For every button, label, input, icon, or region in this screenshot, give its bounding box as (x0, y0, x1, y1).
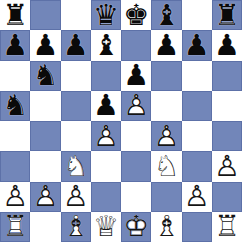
square-g8[interactable] (182, 0, 212, 30)
square-b5[interactable] (30, 91, 60, 121)
black-piece-glyph: ♟ (153, 31, 179, 60)
square-e5[interactable]: ♟♙ (121, 91, 151, 121)
piece-black-rook[interactable]: ♜ (0, 0, 30, 30)
square-a8[interactable]: ♜ (0, 0, 30, 30)
square-f3[interactable]: ♞♘ (151, 151, 181, 181)
square-d8[interactable]: ♛ (91, 0, 121, 30)
white-piece-outline: ♔ (123, 212, 149, 241)
square-b6[interactable]: ♞ (30, 61, 60, 91)
square-d3[interactable] (91, 151, 121, 181)
piece-black-pawn[interactable]: ♟ (212, 30, 242, 60)
square-f1[interactable]: ♝♗ (151, 212, 181, 242)
black-piece-glyph: ♞ (2, 91, 28, 120)
square-e1[interactable]: ♚♔ (121, 212, 151, 242)
square-h1[interactable]: ♜♖ (212, 212, 242, 242)
black-piece-glyph: ♟ (2, 31, 28, 60)
piece-black-knight[interactable]: ♞ (0, 91, 30, 121)
piece-white-pawn[interactable]: ♟♙ (212, 151, 242, 181)
square-h8[interactable]: ♜ (212, 0, 242, 30)
square-d4[interactable]: ♟♙ (91, 121, 121, 151)
white-piece-outline: ♗ (63, 212, 89, 241)
square-f5[interactable] (151, 91, 181, 121)
piece-white-bishop[interactable]: ♝♗ (61, 212, 91, 242)
square-f6[interactable] (151, 61, 181, 91)
piece-black-rook[interactable]: ♜ (212, 0, 242, 30)
square-a1[interactable]: ♜♖ (0, 212, 30, 242)
square-g2[interactable]: ♟♙ (182, 182, 212, 212)
black-piece-glyph: ♛ (93, 1, 119, 30)
chess-board: ♜♛♚♝♜♟♟♟♝♟♟♟♞♟♞♟♟♙♟♙♟♙♞♘♞♘♟♙♟♙♟♙♟♙♟♙♜♖♝♗… (0, 0, 242, 242)
square-h6[interactable] (212, 61, 242, 91)
square-f8[interactable]: ♝ (151, 0, 181, 30)
piece-black-pawn[interactable]: ♟ (61, 30, 91, 60)
square-c4[interactable] (61, 121, 91, 151)
square-a7[interactable]: ♟ (0, 30, 30, 60)
piece-black-bishop[interactable]: ♝ (151, 0, 181, 30)
black-piece-glyph: ♟ (32, 31, 58, 60)
square-f2[interactable] (151, 182, 181, 212)
square-a3[interactable] (0, 151, 30, 181)
piece-white-queen[interactable]: ♛♕ (91, 212, 121, 242)
square-g4[interactable] (182, 121, 212, 151)
white-piece-outline: ♙ (123, 91, 149, 120)
piece-white-pawn[interactable]: ♟♙ (151, 121, 181, 151)
piece-white-king[interactable]: ♚♔ (121, 212, 151, 242)
square-h3[interactable]: ♟♙ (212, 151, 242, 181)
square-a5[interactable]: ♞ (0, 91, 30, 121)
square-g6[interactable] (182, 61, 212, 91)
piece-white-pawn[interactable]: ♟♙ (121, 91, 151, 121)
white-piece-outline: ♙ (153, 122, 179, 151)
black-piece-glyph: ♜ (214, 1, 240, 30)
piece-black-pawn[interactable]: ♟ (91, 91, 121, 121)
square-d6[interactable] (91, 61, 121, 91)
black-piece-glyph: ♟ (93, 91, 119, 120)
black-piece-glyph: ♝ (153, 1, 179, 30)
piece-white-pawn[interactable]: ♟♙ (182, 182, 212, 212)
square-e2[interactable] (121, 182, 151, 212)
square-h7[interactable]: ♟ (212, 30, 242, 60)
square-c8[interactable] (61, 0, 91, 30)
square-b3[interactable] (30, 151, 60, 181)
square-a6[interactable] (0, 61, 30, 91)
square-b2[interactable]: ♟♙ (30, 182, 60, 212)
white-piece-outline: ♙ (214, 152, 240, 181)
piece-black-pawn[interactable]: ♟ (0, 30, 30, 60)
square-c1[interactable]: ♝♗ (61, 212, 91, 242)
square-e8[interactable]: ♚ (121, 0, 151, 30)
square-b1[interactable] (30, 212, 60, 242)
piece-black-pawn[interactable]: ♟ (151, 30, 181, 60)
square-c3[interactable]: ♞♘ (61, 151, 91, 181)
square-g1[interactable] (182, 212, 212, 242)
square-e3[interactable] (121, 151, 151, 181)
white-piece-outline: ♙ (32, 182, 58, 211)
white-piece-outline: ♙ (93, 122, 119, 151)
piece-white-knight[interactable]: ♞♘ (151, 151, 181, 181)
square-c5[interactable] (61, 91, 91, 121)
black-piece-glyph: ♟ (123, 61, 149, 90)
white-piece-outline: ♙ (2, 182, 28, 211)
square-g3[interactable] (182, 151, 212, 181)
white-piece-outline: ♘ (153, 152, 179, 181)
square-h2[interactable] (212, 182, 242, 212)
square-d7[interactable]: ♝ (91, 30, 121, 60)
piece-white-pawn[interactable]: ♟♙ (61, 182, 91, 212)
piece-black-queen[interactable]: ♛ (91, 0, 121, 30)
square-h4[interactable] (212, 121, 242, 151)
square-b4[interactable] (30, 121, 60, 151)
square-g5[interactable] (182, 91, 212, 121)
black-piece-glyph: ♜ (2, 1, 28, 30)
white-piece-outline: ♖ (2, 212, 28, 241)
square-b7[interactable]: ♟ (30, 30, 60, 60)
white-piece-outline: ♖ (214, 212, 240, 241)
white-piece-outline: ♙ (63, 182, 89, 211)
square-d1[interactable]: ♛♕ (91, 212, 121, 242)
black-piece-glyph: ♟ (184, 31, 210, 60)
piece-white-pawn[interactable]: ♟♙ (30, 182, 60, 212)
square-d2[interactable] (91, 182, 121, 212)
white-piece-outline: ♘ (63, 152, 89, 181)
square-a4[interactable] (0, 121, 30, 151)
white-piece-outline: ♙ (184, 182, 210, 211)
square-c2[interactable]: ♟♙ (61, 182, 91, 212)
square-c7[interactable]: ♟ (61, 30, 91, 60)
black-piece-glyph: ♝ (93, 31, 119, 60)
black-piece-glyph: ♚ (123, 1, 149, 30)
square-e4[interactable] (121, 121, 151, 151)
piece-black-pawn[interactable]: ♟ (182, 30, 212, 60)
square-h5[interactable] (212, 91, 242, 121)
piece-white-knight[interactable]: ♞♘ (61, 151, 91, 181)
square-c6[interactable] (61, 61, 91, 91)
square-b8[interactable] (30, 0, 60, 30)
piece-white-rook[interactable]: ♜♖ (0, 212, 30, 242)
black-piece-glyph: ♞ (32, 61, 58, 90)
square-f4[interactable]: ♟♙ (151, 121, 181, 151)
piece-black-bishop[interactable]: ♝ (91, 30, 121, 60)
white-piece-outline: ♕ (93, 212, 119, 241)
white-piece-outline: ♗ (153, 212, 179, 241)
piece-white-pawn[interactable]: ♟♙ (91, 121, 121, 151)
square-f7[interactable]: ♟ (151, 30, 181, 60)
black-piece-glyph: ♟ (214, 31, 240, 60)
piece-black-knight[interactable]: ♞ (30, 61, 60, 91)
piece-white-pawn[interactable]: ♟♙ (0, 182, 30, 212)
square-a2[interactable]: ♟♙ (0, 182, 30, 212)
piece-white-bishop[interactable]: ♝♗ (151, 212, 181, 242)
piece-white-rook[interactable]: ♜♖ (212, 212, 242, 242)
piece-black-pawn[interactable]: ♟ (121, 61, 151, 91)
piece-black-king[interactable]: ♚ (121, 0, 151, 30)
square-e6[interactable]: ♟ (121, 61, 151, 91)
square-d5[interactable]: ♟ (91, 91, 121, 121)
piece-black-pawn[interactable]: ♟ (30, 30, 60, 60)
black-piece-glyph: ♟ (63, 31, 89, 60)
square-g7[interactable]: ♟ (182, 30, 212, 60)
square-e7[interactable] (121, 30, 151, 60)
